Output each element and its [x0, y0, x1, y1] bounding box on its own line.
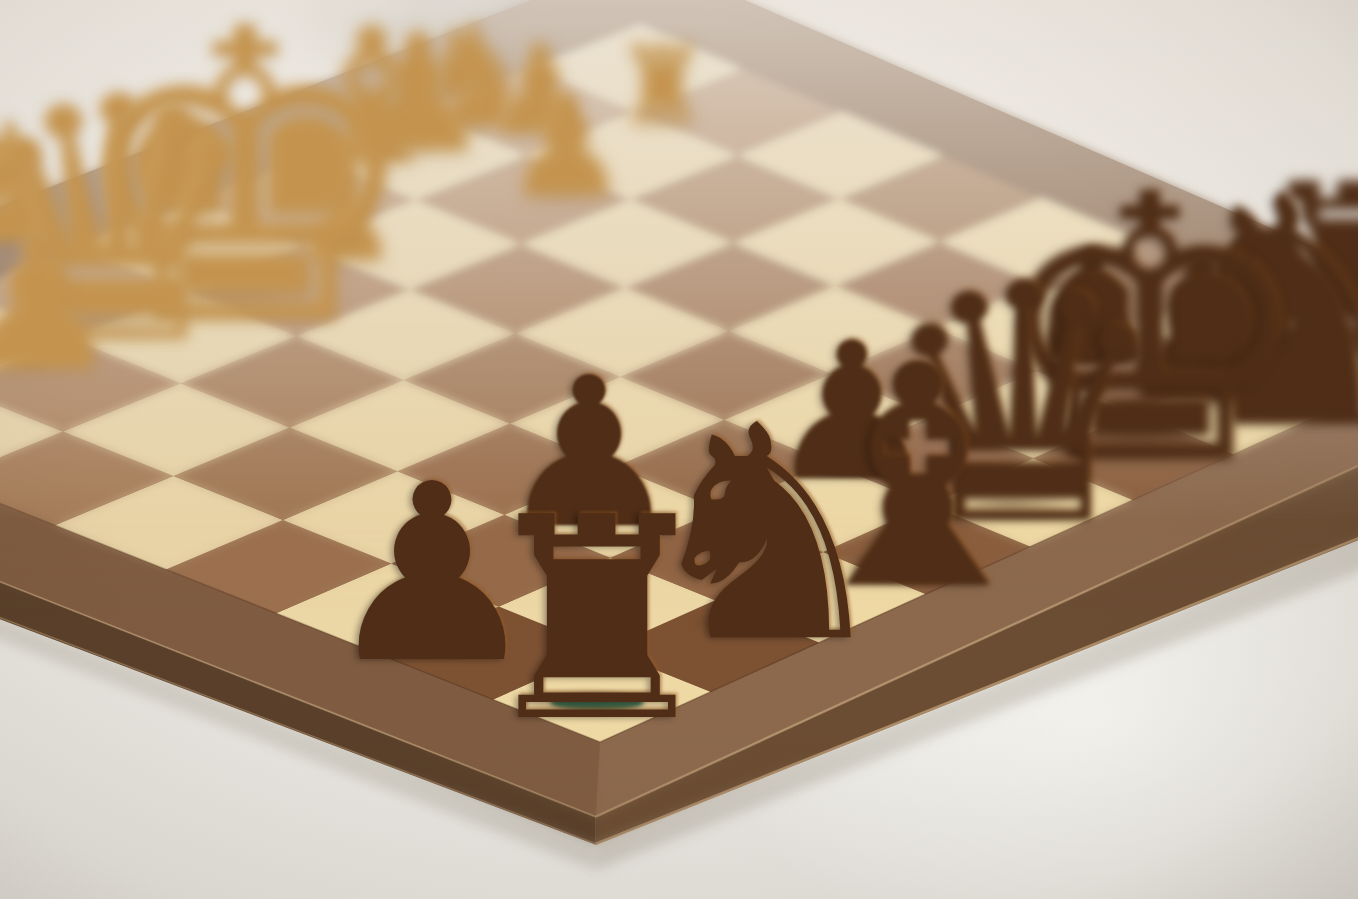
chessboard-photo: ♜♞♟♟♝♟♞♟♚♛♜♟♟♟♟♞♚♟♛♟♝♞♟♜: [0, 0, 1358, 899]
piece-white-P-h2: ♟: [504, 78, 629, 217]
piece-black-R-a8: ♜: [472, 481, 722, 760]
piece-white-P-b2: ♟: [0, 212, 121, 397]
piece-white-R-h1: ♜: [614, 33, 709, 139]
pieces-layer: ♜♞♟♟♝♟♞♟♚♛♜♟♟♟♟♞♚♟♛♟♝♞♟♜: [0, 0, 1358, 899]
